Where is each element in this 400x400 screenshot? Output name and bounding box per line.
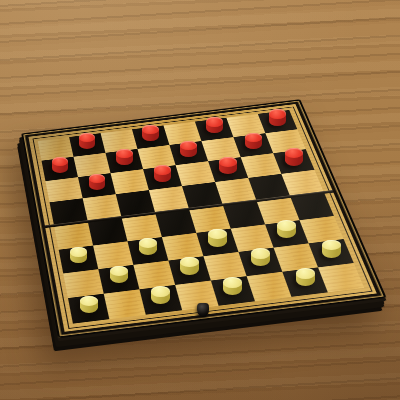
board-shadow-wrap	[37, 55, 341, 363]
checker-top	[223, 277, 242, 287]
checker-yellow[interactable]	[223, 277, 242, 295]
checker-yellow[interactable]	[80, 296, 98, 313]
checker-red[interactable]	[285, 148, 303, 165]
square-r7c5[interactable]	[203, 252, 246, 281]
checker-top	[296, 268, 315, 278]
checker-top	[206, 117, 223, 126]
checker-top	[89, 174, 106, 183]
checker-top	[80, 296, 98, 306]
checker-yellow[interactable]	[151, 286, 170, 304]
checker-top	[208, 229, 227, 239]
clasp-knob	[197, 303, 209, 317]
square-r4c6[interactable]	[215, 178, 256, 204]
checker-red[interactable]	[206, 117, 223, 133]
checker-top	[154, 165, 171, 174]
checker-yellow[interactable]	[322, 240, 341, 258]
checker-red[interactable]	[52, 157, 68, 172]
table-surface	[0, 0, 400, 400]
square-r7c1[interactable]	[63, 269, 103, 298]
checker-yellow[interactable]	[296, 268, 315, 286]
checker-top	[116, 149, 133, 158]
checker-red[interactable]	[142, 125, 158, 141]
checker-top	[277, 220, 296, 230]
square-r7c3[interactable]	[133, 261, 175, 290]
checker-yellow[interactable]	[139, 238, 157, 255]
checker-top	[139, 238, 157, 248]
square-r3c3[interactable]	[111, 169, 149, 194]
checker-yellow[interactable]	[208, 229, 227, 247]
checker-yellow[interactable]	[180, 257, 199, 275]
square-r5c1[interactable]	[54, 223, 93, 250]
checker-top	[52, 157, 68, 166]
checker-top	[219, 157, 237, 167]
checker-red[interactable]	[116, 149, 133, 165]
checker-red[interactable]	[269, 109, 286, 126]
square-r8c2[interactable]	[104, 289, 146, 319]
checker-red[interactable]	[79, 133, 95, 148]
checker-top	[322, 240, 341, 250]
square-r4c8[interactable]	[281, 170, 323, 196]
square-r6c2[interactable]	[93, 241, 133, 269]
checker-yellow[interactable]	[251, 248, 270, 266]
checker-yellow[interactable]	[277, 220, 296, 238]
checker-top	[269, 109, 286, 119]
checker-red[interactable]	[245, 133, 263, 150]
square-r3c5[interactable]	[176, 161, 216, 186]
checker-top	[70, 247, 87, 257]
checker-yellow[interactable]	[70, 247, 87, 264]
square-r4c2[interactable]	[83, 194, 122, 220]
checker-top	[151, 286, 170, 296]
checker-red[interactable]	[154, 165, 171, 181]
square-r4c1[interactable]	[50, 198, 88, 224]
square-r3c1[interactable]	[45, 177, 82, 202]
checker-red[interactable]	[89, 174, 106, 190]
checker-red[interactable]	[180, 141, 197, 157]
checker-red[interactable]	[219, 157, 237, 174]
checker-top	[251, 248, 270, 258]
checker-top	[245, 133, 263, 143]
checker-yellow[interactable]	[110, 266, 128, 283]
square-r4c4[interactable]	[149, 186, 189, 212]
